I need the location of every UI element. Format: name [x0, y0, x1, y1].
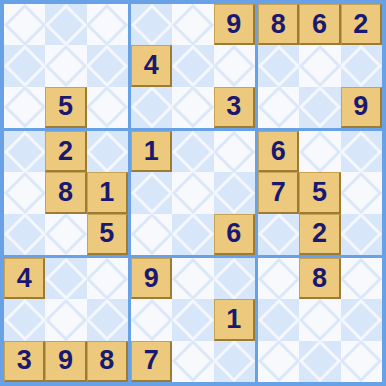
box-1-2: 943 — [131, 4, 255, 128]
cell-r6c1[interactable] — [4, 214, 45, 255]
diamond-pattern-icon — [4, 87, 45, 128]
cell-r1c1[interactable] — [4, 4, 45, 45]
cell-r9c6[interactable] — [214, 341, 255, 382]
given-digit: 4 — [144, 52, 159, 79]
cell-r6c3: 5 — [87, 214, 128, 255]
diamond-pattern-icon — [172, 172, 213, 213]
cell-r2c2[interactable] — [45, 45, 86, 86]
given-digit: 5 — [99, 220, 114, 247]
diamond-pattern-icon — [172, 45, 213, 86]
cell-r6c8: 2 — [299, 214, 340, 255]
cell-r1c5[interactable] — [172, 4, 213, 45]
given-digit: 2 — [353, 11, 368, 38]
given-digit: 3 — [17, 347, 32, 374]
diamond-pattern-icon — [172, 341, 213, 382]
given-digit: 2 — [58, 138, 73, 165]
cell-r1c9: 2 — [341, 4, 382, 45]
cell-r3c5[interactable] — [172, 87, 213, 128]
diamond-pattern-icon — [341, 341, 382, 382]
cell-r9c1: 3 — [4, 341, 45, 382]
cell-r3c9: 9 — [341, 87, 382, 128]
diamond-pattern-icon — [341, 131, 382, 172]
cell-r4c5[interactable] — [172, 131, 213, 172]
diamond-pattern-icon — [214, 341, 255, 382]
diamond-pattern-icon — [45, 258, 86, 299]
cell-r7c6[interactable] — [214, 258, 255, 299]
cell-r9c4: 7 — [131, 341, 172, 382]
diamond-pattern-icon — [4, 45, 45, 86]
cell-r8c9[interactable] — [341, 299, 382, 340]
cell-r5c1[interactable] — [4, 172, 45, 213]
diamond-pattern-icon — [4, 299, 45, 340]
cell-r6c7[interactable] — [258, 214, 299, 255]
cell-r2c9[interactable] — [341, 45, 382, 86]
cell-r7c2[interactable] — [45, 258, 86, 299]
diamond-pattern-icon — [45, 299, 86, 340]
cell-r6c4[interactable] — [131, 214, 172, 255]
cell-r4c4: 1 — [131, 131, 172, 172]
given-digit: 2 — [312, 220, 327, 247]
diamond-pattern-icon — [4, 172, 45, 213]
cell-r8c7[interactable] — [258, 299, 299, 340]
box-1-3: 8629 — [258, 4, 382, 128]
given-digit: 9 — [144, 265, 159, 292]
given-digit: 7 — [271, 179, 286, 206]
diamond-pattern-icon — [172, 258, 213, 299]
cell-r2c6[interactable] — [214, 45, 255, 86]
cell-r5c6[interactable] — [214, 172, 255, 213]
diamond-pattern-icon — [87, 87, 128, 128]
given-digit: 4 — [17, 265, 32, 292]
given-digit: 8 — [271, 11, 286, 38]
box-3-2: 917 — [131, 258, 255, 382]
given-digit: 8 — [99, 347, 114, 374]
box-3-1: 4398 — [4, 258, 128, 382]
cell-r7c1: 4 — [4, 258, 45, 299]
given-digit: 6 — [312, 11, 327, 38]
diamond-pattern-icon — [172, 87, 213, 128]
diamond-pattern-icon — [341, 214, 382, 255]
diamond-pattern-icon — [258, 341, 299, 382]
diamond-pattern-icon — [299, 87, 340, 128]
given-digit: 8 — [58, 179, 73, 206]
diamond-pattern-icon — [4, 131, 45, 172]
diamond-pattern-icon — [172, 4, 213, 45]
diamond-pattern-icon — [131, 299, 172, 340]
diamond-pattern-icon — [172, 131, 213, 172]
cell-r5c8: 5 — [299, 172, 340, 213]
diamond-pattern-icon — [87, 131, 128, 172]
diamond-pattern-icon — [214, 258, 255, 299]
cell-r4c6[interactable] — [214, 131, 255, 172]
cell-r5c3: 1 — [87, 172, 128, 213]
cell-r9c3: 8 — [87, 341, 128, 382]
cell-r8c8[interactable] — [299, 299, 340, 340]
cell-r3c7[interactable] — [258, 87, 299, 128]
box-2-1: 2815 — [4, 131, 128, 255]
cell-r4c3[interactable] — [87, 131, 128, 172]
cell-r8c6: 1 — [214, 299, 255, 340]
diamond-pattern-icon — [214, 172, 255, 213]
diamond-pattern-icon — [214, 45, 255, 86]
cell-r8c4[interactable] — [131, 299, 172, 340]
sudoku-board: 59438629281516675243989178 — [4, 4, 382, 382]
cell-r6c9[interactable] — [341, 214, 382, 255]
diamond-pattern-icon — [87, 4, 128, 45]
cell-r7c3[interactable] — [87, 258, 128, 299]
cell-r9c5[interactable] — [172, 341, 213, 382]
diamond-pattern-icon — [131, 172, 172, 213]
cell-r1c8: 6 — [299, 4, 340, 45]
cell-r3c2: 5 — [45, 87, 86, 128]
cell-r4c8[interactable] — [299, 131, 340, 172]
given-digit: 6 — [271, 138, 286, 165]
cell-r6c5[interactable] — [172, 214, 213, 255]
cell-r1c4[interactable] — [131, 4, 172, 45]
cell-r9c9[interactable] — [341, 341, 382, 382]
cell-r4c9[interactable] — [341, 131, 382, 172]
cell-r2c8[interactable] — [299, 45, 340, 86]
cell-r3c1[interactable] — [4, 87, 45, 128]
diamond-pattern-icon — [341, 45, 382, 86]
cell-r3c4[interactable] — [131, 87, 172, 128]
given-digit: 1 — [226, 306, 241, 333]
cell-r8c3[interactable] — [87, 299, 128, 340]
diamond-pattern-icon — [45, 214, 86, 255]
cell-r2c1[interactable] — [4, 45, 45, 86]
cell-r2c3[interactable] — [87, 45, 128, 86]
diamond-pattern-icon — [131, 87, 172, 128]
diamond-pattern-icon — [45, 4, 86, 45]
cell-r2c7[interactable] — [258, 45, 299, 86]
cell-r3c6: 3 — [214, 87, 255, 128]
cell-r5c4[interactable] — [131, 172, 172, 213]
given-digit: 6 — [226, 220, 241, 247]
diamond-pattern-icon — [258, 258, 299, 299]
diamond-pattern-icon — [214, 131, 255, 172]
diamond-pattern-icon — [258, 214, 299, 255]
cell-r8c1[interactable] — [4, 299, 45, 340]
box-2-3: 6752 — [258, 131, 382, 255]
given-digit: 9 — [58, 347, 73, 374]
diamond-pattern-icon — [341, 258, 382, 299]
diamond-pattern-icon — [45, 45, 86, 86]
diamond-pattern-icon — [299, 341, 340, 382]
cell-r5c7: 7 — [258, 172, 299, 213]
cell-r3c3[interactable] — [87, 87, 128, 128]
given-digit: 1 — [99, 179, 114, 206]
cell-r7c4: 9 — [131, 258, 172, 299]
cell-r1c3[interactable] — [87, 4, 128, 45]
cell-r6c6: 6 — [214, 214, 255, 255]
given-digit: 8 — [312, 265, 327, 292]
given-digit: 9 — [353, 93, 368, 120]
diamond-pattern-icon — [299, 299, 340, 340]
cell-r5c5[interactable] — [172, 172, 213, 213]
cell-r7c5[interactable] — [172, 258, 213, 299]
diamond-pattern-icon — [258, 45, 299, 86]
cell-r9c7[interactable] — [258, 341, 299, 382]
cell-r9c8[interactable] — [299, 341, 340, 382]
cell-r4c1[interactable] — [4, 131, 45, 172]
cell-r4c2: 2 — [45, 131, 86, 172]
cell-r4c7: 6 — [258, 131, 299, 172]
diamond-pattern-icon — [131, 4, 172, 45]
cell-r7c7[interactable] — [258, 258, 299, 299]
given-digit: 3 — [226, 93, 241, 120]
diamond-pattern-icon — [299, 45, 340, 86]
diamond-pattern-icon — [87, 45, 128, 86]
cell-r5c9[interactable] — [341, 172, 382, 213]
diamond-pattern-icon — [341, 299, 382, 340]
cell-r2c5[interactable] — [172, 45, 213, 86]
cell-r5c2: 8 — [45, 172, 86, 213]
cell-r9c2: 9 — [45, 341, 86, 382]
diamond-pattern-icon — [4, 214, 45, 255]
given-digit: 5 — [312, 179, 327, 206]
given-digit: 1 — [144, 138, 159, 165]
box-3-3: 8 — [258, 258, 382, 382]
cell-r6c2[interactable] — [45, 214, 86, 255]
cell-r3c8[interactable] — [299, 87, 340, 128]
box-2-2: 16 — [131, 131, 255, 255]
cell-r1c6: 9 — [214, 4, 255, 45]
diamond-pattern-icon — [299, 131, 340, 172]
given-digit: 5 — [58, 93, 73, 120]
diamond-pattern-icon — [4, 4, 45, 45]
diamond-pattern-icon — [341, 172, 382, 213]
cell-r1c7: 8 — [258, 4, 299, 45]
cell-r8c2[interactable] — [45, 299, 86, 340]
diamond-pattern-icon — [87, 299, 128, 340]
box-1-1: 5 — [4, 4, 128, 128]
cell-r8c5[interactable] — [172, 299, 213, 340]
cell-r1c2[interactable] — [45, 4, 86, 45]
diamond-pattern-icon — [258, 299, 299, 340]
diamond-pattern-icon — [87, 258, 128, 299]
cell-r7c8: 8 — [299, 258, 340, 299]
diamond-pattern-icon — [258, 87, 299, 128]
given-digit: 7 — [144, 347, 159, 374]
diamond-pattern-icon — [172, 299, 213, 340]
diamond-pattern-icon — [131, 214, 172, 255]
cell-r2c4: 4 — [131, 45, 172, 86]
given-digit: 9 — [226, 11, 241, 38]
cell-r7c9[interactable] — [341, 258, 382, 299]
diamond-pattern-icon — [172, 214, 213, 255]
sudoku-board-frame: 59438629281516675243989178 — [0, 0, 386, 386]
